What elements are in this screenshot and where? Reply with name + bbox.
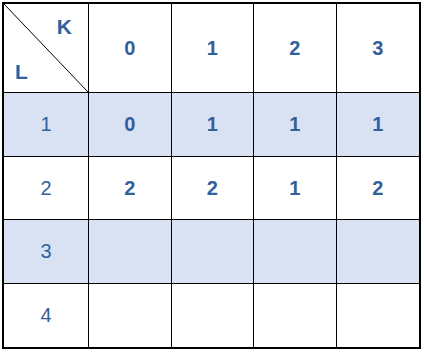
grid-cell-r3-c2[interactable]	[254, 220, 337, 284]
grid-cell-r2-c0[interactable]: 2	[89, 157, 172, 221]
grid-cell-r4-c1[interactable]	[172, 284, 255, 348]
row-label-3: 3	[4, 220, 89, 284]
column-header-2: 2	[254, 4, 337, 93]
grid-cell-r3-c0[interactable]	[89, 220, 172, 284]
row-label-4: 4	[4, 284, 89, 348]
page-background: K L 0 1 2 3 1 0 1 1 1 2 2 2 1 2 3 4	[0, 0, 424, 352]
corner-label-k: K	[57, 16, 72, 37]
kl-table: K L 0 1 2 3 1 0 1 1 1 2 2 2 1 2 3 4	[2, 2, 421, 349]
column-header-0: 0	[89, 4, 172, 93]
grid-cell-r2-c2[interactable]: 1	[254, 157, 337, 221]
grid-cell-r4-c2[interactable]	[254, 284, 337, 348]
corner-header-cell: K L	[4, 4, 89, 93]
grid-cell-r4-c3[interactable]	[337, 284, 420, 348]
grid-cell-r3-c1[interactable]	[172, 220, 255, 284]
row-label-1: 1	[4, 93, 89, 157]
column-header-3: 3	[337, 4, 420, 93]
column-header-1: 1	[172, 4, 255, 93]
grid-cell-r1-c0[interactable]: 0	[89, 93, 172, 157]
grid-cell-r4-c0[interactable]	[89, 284, 172, 348]
grid-cell-r3-c3[interactable]	[337, 220, 420, 284]
grid-cell-r2-c3[interactable]: 2	[337, 157, 420, 221]
grid-cell-r1-c3[interactable]: 1	[337, 93, 420, 157]
grid-cell-r2-c1[interactable]: 2	[172, 157, 255, 221]
row-label-2: 2	[4, 157, 89, 221]
grid-cell-r1-c2[interactable]: 1	[254, 93, 337, 157]
corner-label-l: L	[15, 61, 28, 82]
grid-cell-r1-c1[interactable]: 1	[172, 93, 255, 157]
